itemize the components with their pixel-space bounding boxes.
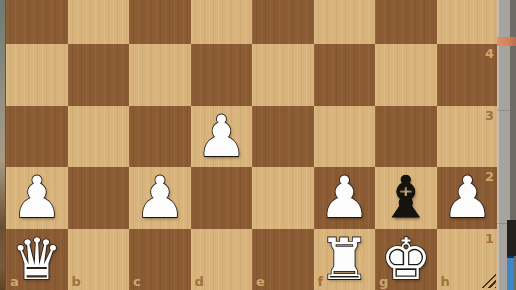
square-c2[interactable]: ♟ xyxy=(129,167,191,229)
file-label-c: c xyxy=(133,275,141,288)
rank-label-3: 3 xyxy=(485,109,494,122)
side-panel-strip xyxy=(497,0,516,290)
square-d4[interactable] xyxy=(191,44,253,106)
square-a1[interactable]: a♛ xyxy=(6,229,68,290)
chess-board-viewport: 4♟3♟♟♟♝2♟a♛bcdef♜g♚h1 xyxy=(5,0,497,290)
track-separator-line xyxy=(497,110,510,111)
square-f5[interactable] xyxy=(314,0,376,44)
square-e1[interactable]: e xyxy=(252,229,314,290)
white-pawn-f2[interactable]: ♟ xyxy=(314,167,376,229)
square-h3[interactable]: 3 xyxy=(437,106,498,168)
square-a2[interactable]: ♟ xyxy=(6,167,68,229)
square-h4[interactable]: 4 xyxy=(437,44,498,106)
square-e2[interactable] xyxy=(252,167,314,229)
white-pawn-h2[interactable]: ♟ xyxy=(437,167,498,229)
white-rook-f1[interactable]: ♜ xyxy=(314,229,376,290)
square-c3[interactable] xyxy=(129,106,191,168)
square-c5[interactable] xyxy=(129,0,191,44)
square-b3[interactable] xyxy=(68,106,130,168)
rank-label-1: 1 xyxy=(485,232,494,245)
square-h5[interactable] xyxy=(437,0,498,44)
white-pawn-d3[interactable]: ♟ xyxy=(191,106,253,168)
square-g1[interactable]: g♚ xyxy=(375,229,437,290)
square-e3[interactable] xyxy=(252,106,314,168)
square-f4[interactable] xyxy=(314,44,376,106)
file-label-h: h xyxy=(441,275,450,288)
white-pawn-a2[interactable]: ♟ xyxy=(6,167,68,229)
square-c4[interactable] xyxy=(129,44,191,106)
square-f1[interactable]: f♜ xyxy=(314,229,376,290)
square-a5[interactable] xyxy=(6,0,68,44)
board-resize-handle[interactable] xyxy=(480,272,496,288)
square-d2[interactable] xyxy=(191,167,253,229)
scrollbar-dark-slot xyxy=(507,220,516,256)
chess-board: 4♟3♟♟♟♝2♟a♛bcdef♜g♚h1 xyxy=(6,0,497,290)
square-g4[interactable] xyxy=(375,44,437,106)
square-h2[interactable]: 2♟ xyxy=(437,167,498,229)
square-e4[interactable] xyxy=(252,44,314,106)
square-a3[interactable] xyxy=(6,106,68,168)
white-king-g1[interactable]: ♚ xyxy=(375,229,437,290)
rank-label-4: 4 xyxy=(485,47,494,60)
square-e5[interactable] xyxy=(252,0,314,44)
white-pawn-c2[interactable]: ♟ xyxy=(129,167,191,229)
square-d5[interactable] xyxy=(191,0,253,44)
square-f2[interactable]: ♟ xyxy=(314,167,376,229)
file-label-d: d xyxy=(195,275,204,288)
square-b4[interactable] xyxy=(68,44,130,106)
scrollbar-orange-handle[interactable] xyxy=(497,37,516,46)
square-b2[interactable] xyxy=(68,167,130,229)
square-b5[interactable] xyxy=(68,0,130,44)
square-c1[interactable]: c xyxy=(129,229,191,290)
file-label-b: b xyxy=(72,275,81,288)
file-label-e: e xyxy=(256,275,265,288)
square-a4[interactable] xyxy=(6,44,68,106)
square-g3[interactable] xyxy=(375,106,437,168)
square-h1[interactable]: h1 xyxy=(437,229,498,290)
square-b1[interactable]: b xyxy=(68,229,130,290)
square-d1[interactable]: d xyxy=(191,229,253,290)
square-g5[interactable] xyxy=(375,0,437,44)
square-d3[interactable]: ♟ xyxy=(191,106,253,168)
black-bishop-g2[interactable]: ♝ xyxy=(375,167,437,229)
square-g2[interactable]: ♝ xyxy=(375,167,437,229)
white-queen-a1[interactable]: ♛ xyxy=(6,229,68,290)
scrollbar-blue-thumb[interactable] xyxy=(507,256,514,290)
square-f3[interactable] xyxy=(314,106,376,168)
